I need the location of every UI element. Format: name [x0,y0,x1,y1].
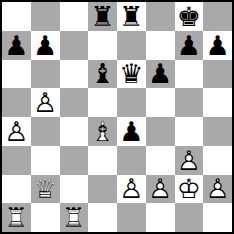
queen-glyph: ♛ [117,60,146,89]
piece-black-pawn[interactable]: ♟ [175,31,204,60]
pawn-glyph: ♟ [175,31,204,60]
piece-white-rook[interactable]: ♜♖ [2,203,31,232]
square-c1[interactable]: ♜♖ [60,203,89,232]
square-g4[interactable] [175,117,204,146]
piece-white-bishop[interactable]: ♝♗ [88,117,117,146]
square-f5[interactable] [146,88,175,117]
pawn-glyph: ♟ [203,31,232,60]
square-f1[interactable] [146,203,175,232]
square-h6[interactable] [203,60,232,89]
square-f7[interactable] [146,31,175,60]
square-g6[interactable] [175,60,204,89]
piece-black-pawn[interactable]: ♟ [117,117,146,146]
square-h7[interactable]: ♟ [203,31,232,60]
piece-white-king[interactable]: ♚♔ [175,175,204,204]
pawn-outline-glyph: ♙ [31,88,60,117]
square-g2[interactable]: ♚♔ [175,175,204,204]
square-h3[interactable] [203,146,232,175]
square-g3[interactable]: ♟♙ [175,146,204,175]
square-g7[interactable]: ♟ [175,31,204,60]
square-c2[interactable] [60,175,89,204]
piece-black-pawn[interactable]: ♟ [31,31,60,60]
rook-glyph: ♜ [117,2,146,31]
square-e8[interactable]: ♜ [117,2,146,31]
piece-black-pawn[interactable]: ♟ [2,31,31,60]
piece-black-queen[interactable]: ♛ [117,60,146,89]
piece-white-pawn[interactable]: ♟♙ [146,175,175,204]
square-e4[interactable]: ♟ [117,117,146,146]
pawn-glyph: ♟ [31,31,60,60]
square-b4[interactable] [31,117,60,146]
piece-black-pawn[interactable]: ♟ [203,31,232,60]
square-e7[interactable] [117,31,146,60]
piece-white-pawn[interactable]: ♟♙ [175,146,204,175]
rook-glyph: ♜ [88,2,117,31]
square-f3[interactable] [146,146,175,175]
piece-white-pawn[interactable]: ♟♙ [2,117,31,146]
square-f6[interactable]: ♟ [146,60,175,89]
square-d3[interactable] [88,146,117,175]
piece-black-pawn[interactable]: ♟ [146,60,175,89]
pawn-outline-glyph: ♙ [175,146,204,175]
square-g1[interactable] [175,203,204,232]
king-glyph: ♚ [175,2,204,31]
square-d5[interactable] [88,88,117,117]
square-g5[interactable] [175,88,204,117]
square-b8[interactable] [31,2,60,31]
square-a1[interactable]: ♜♖ [2,203,31,232]
square-h4[interactable] [203,117,232,146]
square-e1[interactable] [117,203,146,232]
square-d8[interactable]: ♜ [88,2,117,31]
pawn-glyph: ♟ [2,31,31,60]
square-h8[interactable] [203,2,232,31]
pawn-outline-glyph: ♙ [203,175,232,204]
rook-outline-glyph: ♖ [60,203,89,232]
queen-outline-glyph: ♕ [31,175,60,204]
square-b1[interactable] [31,203,60,232]
square-f2[interactable]: ♟♙ [146,175,175,204]
piece-white-queen[interactable]: ♛♕ [31,175,60,204]
piece-black-king[interactable]: ♚ [175,2,204,31]
square-d2[interactable] [88,175,117,204]
square-b3[interactable] [31,146,60,175]
square-c5[interactable] [60,88,89,117]
pawn-outline-glyph: ♙ [146,175,175,204]
square-d7[interactable] [88,31,117,60]
rook-outline-glyph: ♖ [2,203,31,232]
piece-white-pawn[interactable]: ♟♙ [203,175,232,204]
square-c4[interactable] [60,117,89,146]
square-h1[interactable] [203,203,232,232]
piece-black-bishop[interactable]: ♝ [88,60,117,89]
square-c6[interactable] [60,60,89,89]
square-a6[interactable] [2,60,31,89]
square-e2[interactable]: ♟♙ [117,175,146,204]
square-d4[interactable]: ♝♗ [88,117,117,146]
square-g8[interactable]: ♚ [175,2,204,31]
chess-board-frame: ♜♜♚♟♟♟♟♝♛♟♟♙♟♙♝♗♟♟♙♛♕♟♙♟♙♚♔♟♙♜♖♜♖ [0,0,234,234]
pawn-glyph: ♟ [117,117,146,146]
square-f4[interactable] [146,117,175,146]
square-a4[interactable]: ♟♙ [2,117,31,146]
square-d1[interactable] [88,203,117,232]
pawn-outline-glyph: ♙ [2,117,31,146]
pawn-outline-glyph: ♙ [117,175,146,204]
bishop-glyph: ♝ [88,60,117,89]
square-e6[interactable]: ♛ [117,60,146,89]
chess-board: ♜♜♚♟♟♟♟♝♛♟♟♙♟♙♝♗♟♟♙♛♕♟♙♟♙♚♔♟♙♜♖♜♖ [2,2,232,232]
piece-white-pawn[interactable]: ♟♙ [31,88,60,117]
square-c3[interactable] [60,146,89,175]
square-h2[interactable]: ♟♙ [203,175,232,204]
bishop-outline-glyph: ♗ [88,117,117,146]
square-e5[interactable] [117,88,146,117]
square-c8[interactable] [60,2,89,31]
square-h5[interactable] [203,88,232,117]
square-a3[interactable] [2,146,31,175]
piece-white-rook[interactable]: ♜♖ [60,203,89,232]
square-b6[interactable] [31,60,60,89]
square-f8[interactable] [146,2,175,31]
piece-black-rook[interactable]: ♜ [117,2,146,31]
king-outline-glyph: ♔ [175,175,204,204]
square-d6[interactable]: ♝ [88,60,117,89]
square-b5[interactable]: ♟♙ [31,88,60,117]
square-c7[interactable] [60,31,89,60]
piece-black-rook[interactable]: ♜ [88,2,117,31]
piece-white-pawn[interactable]: ♟♙ [117,175,146,204]
pawn-glyph: ♟ [146,60,175,89]
square-a7[interactable]: ♟ [2,31,31,60]
square-a5[interactable] [2,88,31,117]
square-e3[interactable] [117,146,146,175]
square-a2[interactable] [2,175,31,204]
square-b7[interactable]: ♟ [31,31,60,60]
square-a8[interactable] [2,2,31,31]
square-b2[interactable]: ♛♕ [31,175,60,204]
